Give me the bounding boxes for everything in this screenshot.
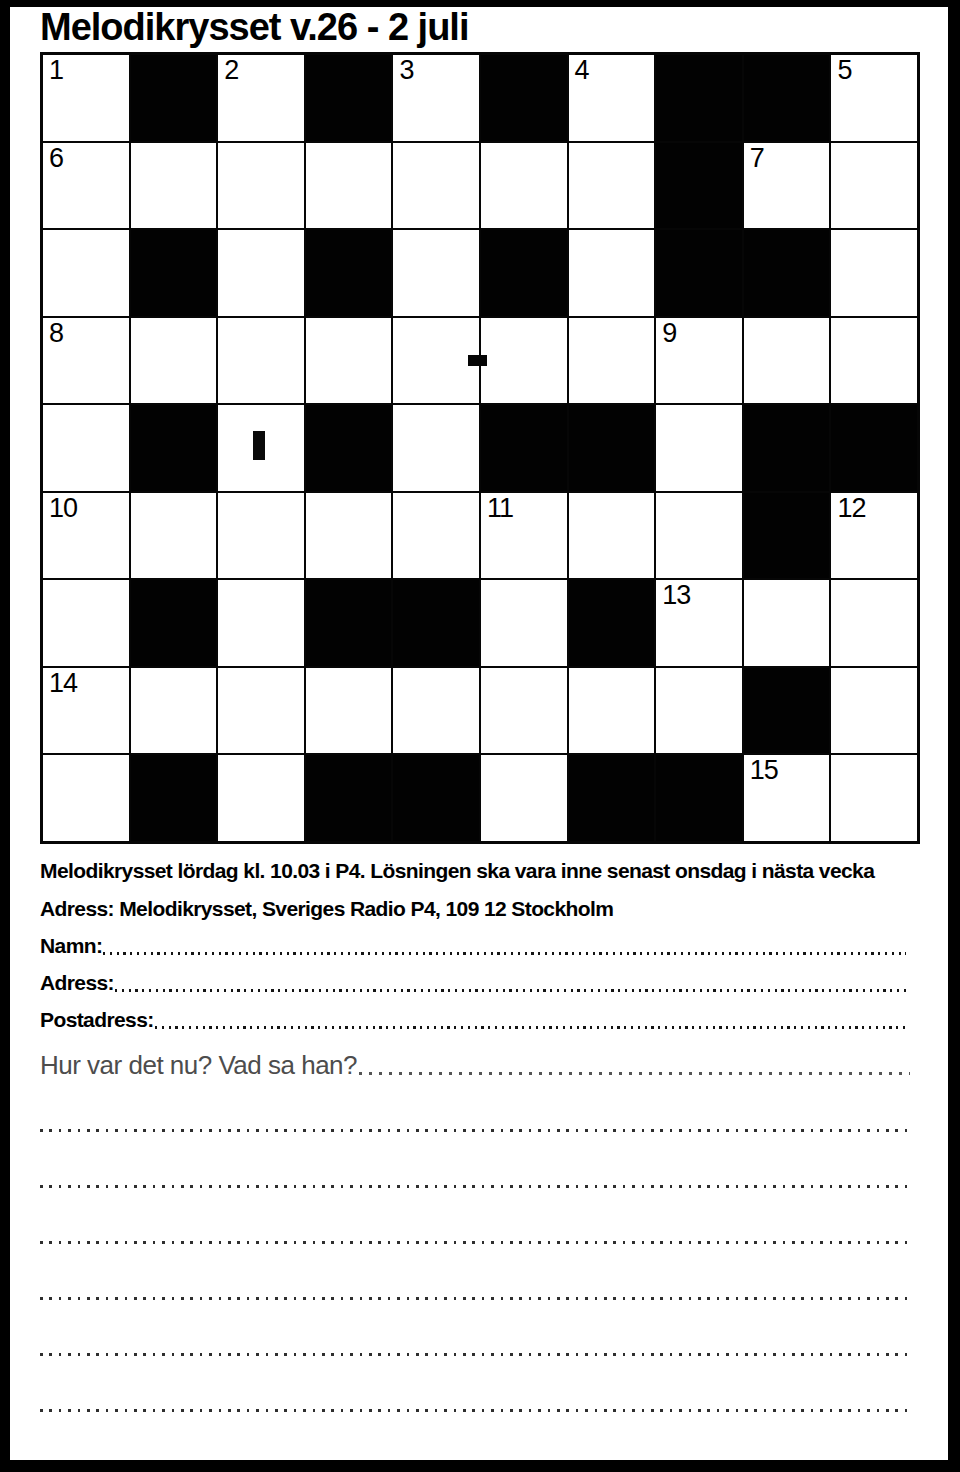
cell-r6c3[interactable] — [217, 492, 305, 580]
cell-r4c8[interactable]: 9 — [655, 317, 743, 405]
broadcast-info-line: Melodikrysset lördag kl. 10.03 i P4. Lös… — [40, 859, 920, 883]
question-dotted-line[interactable] — [359, 1072, 910, 1075]
cell-r5c9 — [743, 404, 831, 492]
cell-r8c4[interactable] — [305, 667, 393, 755]
cell-r6c9 — [743, 492, 831, 580]
cell-r7c2 — [130, 579, 218, 667]
cell-r2c4[interactable] — [305, 142, 393, 230]
cell-r6c8[interactable] — [655, 492, 743, 580]
cell-r2c10[interactable] — [830, 142, 918, 230]
cell-r6c6[interactable]: 11 — [480, 492, 568, 580]
cell-r8c8[interactable] — [655, 667, 743, 755]
cell-r3c3[interactable] — [217, 229, 305, 317]
cell-r9c5 — [392, 754, 480, 842]
cell-r3c7[interactable] — [568, 229, 656, 317]
cell-r7c8[interactable]: 13 — [655, 579, 743, 667]
cell-r4c9[interactable] — [743, 317, 831, 405]
cell-r5c6 — [480, 404, 568, 492]
page-title: Melodikrysset v.26 - 2 juli — [40, 6, 468, 49]
blank-writing-line[interactable] — [40, 1129, 908, 1132]
cell-r2c8 — [655, 142, 743, 230]
cell-r6c2[interactable] — [130, 492, 218, 580]
cell-r7c5 — [392, 579, 480, 667]
cell-r1c6 — [480, 54, 568, 142]
cell-r4c10[interactable] — [830, 317, 918, 405]
name-fill-line: Namn: — [40, 934, 906, 958]
cell-r3c4 — [305, 229, 393, 317]
cell-r8c10[interactable] — [830, 667, 918, 755]
cell-r6c7[interactable] — [568, 492, 656, 580]
puzzle-page: Melodikrysset v.26 - 2 juli 123456789101… — [0, 0, 960, 1472]
cell-r7c10[interactable] — [830, 579, 918, 667]
cell-r2c1[interactable]: 6 — [42, 142, 130, 230]
blank-writing-line[interactable] — [40, 1185, 908, 1188]
cell-r1c7[interactable]: 4 — [568, 54, 656, 142]
cell-r3c5[interactable] — [392, 229, 480, 317]
cell-r4c7[interactable] — [568, 317, 656, 405]
cell-r6c4[interactable] — [305, 492, 393, 580]
cell-r5c10 — [830, 404, 918, 492]
cell-r7c1[interactable] — [42, 579, 130, 667]
cell-r3c10[interactable] — [830, 229, 918, 317]
cell-r4c2[interactable] — [130, 317, 218, 405]
cell-r1c3[interactable]: 2 — [217, 54, 305, 142]
cell-r9c2 — [130, 754, 218, 842]
cell-r4c4[interactable] — [305, 317, 393, 405]
clue-number: 7 — [750, 144, 764, 174]
cell-r7c6[interactable] — [480, 579, 568, 667]
cell-r8c1[interactable]: 14 — [42, 667, 130, 755]
cell-r7c4 — [305, 579, 393, 667]
cell-r6c5[interactable] — [392, 492, 480, 580]
cell-r9c4 — [305, 754, 393, 842]
question-label: Hur var det nu? Vad sa han? — [40, 1051, 357, 1079]
clue-number: 12 — [837, 494, 865, 524]
cell-r2c6[interactable] — [480, 142, 568, 230]
address-dotted-line[interactable] — [115, 989, 906, 992]
handwritten-dash-mark — [468, 355, 487, 366]
cell-r7c3[interactable] — [217, 579, 305, 667]
cell-r3c2 — [130, 229, 218, 317]
cell-r4c6[interactable] — [480, 317, 568, 405]
cell-r9c1[interactable] — [42, 754, 130, 842]
cell-r2c2[interactable] — [130, 142, 218, 230]
cell-r1c4 — [305, 54, 393, 142]
cell-r8c3[interactable] — [217, 667, 305, 755]
address-fill-line: Adress: — [40, 971, 906, 995]
clue-number: 14 — [49, 669, 77, 699]
cell-r9c10[interactable] — [830, 754, 918, 842]
name-dotted-line[interactable] — [103, 952, 906, 955]
clue-number: 3 — [399, 56, 413, 86]
clue-number: 8 — [49, 319, 63, 349]
cell-r2c5[interactable] — [392, 142, 480, 230]
blank-writing-line[interactable] — [40, 1241, 908, 1244]
question-line: Hur var det nu? Vad sa han? — [40, 1051, 910, 1079]
cell-r1c10[interactable]: 5 — [830, 54, 918, 142]
clue-number: 5 — [837, 56, 851, 86]
clue-number: 4 — [575, 56, 589, 86]
cell-r8c9 — [743, 667, 831, 755]
cell-r3c9 — [743, 229, 831, 317]
cell-r9c9[interactable]: 15 — [743, 754, 831, 842]
cell-r8c2[interactable] — [130, 667, 218, 755]
cell-r4c1[interactable]: 8 — [42, 317, 130, 405]
clue-number: 1 — [49, 56, 63, 86]
blank-lines-container — [40, 1129, 908, 1465]
cell-r1c2 — [130, 54, 218, 142]
cell-r7c7 — [568, 579, 656, 667]
blank-writing-line[interactable] — [40, 1409, 908, 1412]
cell-r1c1[interactable]: 1 — [42, 54, 130, 142]
cell-r1c5[interactable]: 3 — [392, 54, 480, 142]
cell-r1c9 — [743, 54, 831, 142]
cell-r8c5[interactable] — [392, 667, 480, 755]
address-label: Adress: — [40, 971, 114, 995]
postal-dotted-line[interactable] — [155, 1026, 906, 1029]
clue-number: 11 — [487, 494, 513, 524]
cell-r5c1[interactable] — [42, 404, 130, 492]
cell-r4c3[interactable] — [217, 317, 305, 405]
cell-r3c6 — [480, 229, 568, 317]
cell-r2c9[interactable]: 7 — [743, 142, 831, 230]
cell-r5c4 — [305, 404, 393, 492]
postal-fill-line: Postadress: — [40, 1008, 906, 1032]
cell-r8c6[interactable] — [480, 667, 568, 755]
cell-r9c6[interactable] — [480, 754, 568, 842]
cell-r3c1[interactable] — [42, 229, 130, 317]
cell-r1c8 — [655, 54, 743, 142]
postal-address-line: Adress: Melodikrysset, Sveriges Radio P4… — [40, 897, 920, 921]
cell-r9c8 — [655, 754, 743, 842]
clue-number: 13 — [662, 581, 690, 611]
cell-r8c7[interactable] — [568, 667, 656, 755]
name-label: Namn: — [40, 934, 102, 958]
clue-number: 9 — [662, 319, 676, 349]
cell-r5c7 — [568, 404, 656, 492]
cell-r2c7[interactable] — [568, 142, 656, 230]
clue-number: 6 — [49, 144, 63, 174]
handwritten-letter-i-mark — [253, 431, 265, 460]
cell-r5c8[interactable] — [655, 404, 743, 492]
cell-r3c8 — [655, 229, 743, 317]
postal-label: Postadress: — [40, 1008, 154, 1032]
clue-number: 2 — [224, 56, 238, 86]
blank-writing-line[interactable] — [40, 1353, 908, 1356]
cell-r5c5[interactable] — [392, 404, 480, 492]
cell-r7c9[interactable] — [743, 579, 831, 667]
cell-r2c3[interactable] — [217, 142, 305, 230]
cell-r4c5[interactable] — [392, 317, 480, 405]
clue-number: 15 — [750, 756, 778, 786]
blank-writing-line[interactable] — [40, 1297, 908, 1300]
cell-r9c3[interactable] — [217, 754, 305, 842]
clue-number: 10 — [49, 494, 77, 524]
cell-r5c2 — [130, 404, 218, 492]
cell-r6c10[interactable]: 12 — [830, 492, 918, 580]
crossword-grid: 123456789101112131415 — [40, 52, 920, 844]
cell-r6c1[interactable]: 10 — [42, 492, 130, 580]
cell-r9c7 — [568, 754, 656, 842]
